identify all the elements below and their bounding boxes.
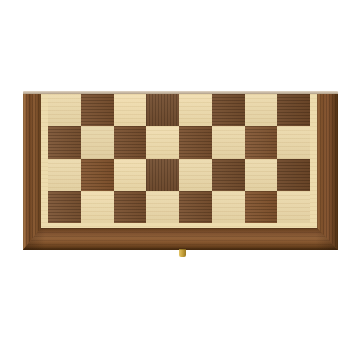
board-square <box>114 94 147 126</box>
brass-clasp-icon <box>179 249 186 257</box>
board-square <box>146 126 179 158</box>
board-square <box>245 191 278 223</box>
board-square <box>48 159 81 191</box>
board-square <box>81 191 114 223</box>
board-square <box>179 191 212 223</box>
board-square <box>146 191 179 223</box>
board-square <box>277 159 310 191</box>
board-square <box>179 94 212 126</box>
board-square <box>48 126 81 158</box>
board-square <box>48 191 81 223</box>
board-square <box>212 159 245 191</box>
board-square <box>212 191 245 223</box>
board-field <box>41 94 317 228</box>
board-square <box>277 191 310 223</box>
board-square <box>277 126 310 158</box>
board-square <box>212 94 245 126</box>
board-square <box>114 191 147 223</box>
photo-canvas <box>0 0 360 360</box>
board-square <box>277 94 310 126</box>
board-square <box>212 126 245 158</box>
chess-board-grid <box>48 94 310 223</box>
board-square <box>48 94 81 126</box>
board-square <box>245 126 278 158</box>
frame-front <box>23 228 338 250</box>
board-square <box>245 94 278 126</box>
board-square <box>146 94 179 126</box>
board-square <box>114 159 147 191</box>
folded-chess-box <box>23 91 338 250</box>
board-square <box>81 159 114 191</box>
board-square <box>146 159 179 191</box>
board-square <box>245 159 278 191</box>
board-square <box>81 94 114 126</box>
board-square <box>81 126 114 158</box>
frame-right <box>317 94 338 250</box>
board-square <box>179 126 212 158</box>
frame-left <box>23 94 41 250</box>
board-square <box>179 159 212 191</box>
board-square <box>114 126 147 158</box>
